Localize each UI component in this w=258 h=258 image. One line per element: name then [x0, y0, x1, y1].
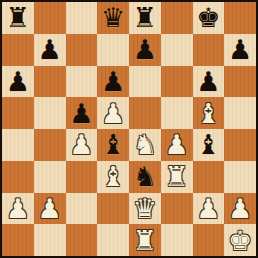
square-a2[interactable]: ♟: [2, 193, 34, 225]
square-e8[interactable]: ♜: [129, 2, 161, 34]
square-f6[interactable]: [161, 66, 193, 98]
square-h6[interactable]: [224, 66, 256, 98]
piece-black-pawn[interactable]: ♟: [196, 68, 220, 95]
square-g5[interactable]: ♝: [193, 97, 225, 129]
piece-black-rook[interactable]: ♜: [133, 4, 157, 31]
square-c1[interactable]: [66, 224, 98, 256]
piece-white-pawn[interactable]: ♟: [101, 100, 125, 127]
square-b6[interactable]: [34, 66, 66, 98]
square-e5[interactable]: [129, 97, 161, 129]
square-f8[interactable]: [161, 2, 193, 34]
square-g8[interactable]: ♚: [193, 2, 225, 34]
square-d4[interactable]: ♝: [97, 129, 129, 161]
square-b8[interactable]: [34, 2, 66, 34]
piece-white-pawn[interactable]: ♟: [6, 195, 30, 222]
piece-white-queen[interactable]: ♛: [133, 195, 157, 222]
piece-white-pawn[interactable]: ♟: [69, 131, 93, 158]
square-e1[interactable]: ♜: [129, 224, 161, 256]
square-a1[interactable]: [2, 224, 34, 256]
square-h7[interactable]: ♟: [224, 34, 256, 66]
square-g1[interactable]: [193, 224, 225, 256]
square-h5[interactable]: [224, 97, 256, 129]
square-h1[interactable]: ♚: [224, 224, 256, 256]
square-d3[interactable]: ♝: [97, 161, 129, 193]
piece-black-bishop[interactable]: ♝: [101, 131, 125, 158]
square-d8[interactable]: ♛: [97, 2, 129, 34]
piece-white-rook[interactable]: ♜: [133, 227, 157, 254]
piece-white-pawn[interactable]: ♟: [38, 195, 62, 222]
piece-black-pawn[interactable]: ♟: [228, 36, 252, 63]
square-c6[interactable]: [66, 66, 98, 98]
square-e3[interactable]: ♞: [129, 161, 161, 193]
square-b7[interactable]: ♟: [34, 34, 66, 66]
square-f3[interactable]: ♜: [161, 161, 193, 193]
square-g4[interactable]: ♝: [193, 129, 225, 161]
piece-black-knight[interactable]: ♞: [133, 163, 157, 190]
piece-black-bishop[interactable]: ♝: [196, 131, 220, 158]
square-e2[interactable]: ♛: [129, 193, 161, 225]
square-h2[interactable]: ♟: [224, 193, 256, 225]
piece-black-king[interactable]: ♚: [196, 4, 220, 31]
chess-board: ♜♛♜♚♟♟♟♟♟♟♟♟♝♟♝♞♟♝♝♞♜♟♟♛♟♟♜♚: [0, 0, 258, 258]
square-h4[interactable]: [224, 129, 256, 161]
piece-white-king[interactable]: ♚: [228, 227, 252, 254]
square-b2[interactable]: ♟: [34, 193, 66, 225]
piece-white-pawn[interactable]: ♟: [196, 195, 220, 222]
square-f1[interactable]: [161, 224, 193, 256]
square-b5[interactable]: [34, 97, 66, 129]
square-g2[interactable]: ♟: [193, 193, 225, 225]
square-g6[interactable]: ♟: [193, 66, 225, 98]
piece-black-pawn[interactable]: ♟: [38, 36, 62, 63]
square-a7[interactable]: [2, 34, 34, 66]
board-grid: ♜♛♜♚♟♟♟♟♟♟♟♟♝♟♝♞♟♝♝♞♜♟♟♛♟♟♜♚: [2, 2, 256, 256]
square-b1[interactable]: [34, 224, 66, 256]
piece-white-bishop[interactable]: ♝: [101, 163, 125, 190]
piece-black-rook[interactable]: ♜: [6, 4, 30, 31]
piece-white-bishop[interactable]: ♝: [196, 100, 220, 127]
square-a8[interactable]: ♜: [2, 2, 34, 34]
square-d2[interactable]: [97, 193, 129, 225]
square-d7[interactable]: [97, 34, 129, 66]
piece-black-pawn[interactable]: ♟: [101, 68, 125, 95]
square-a6[interactable]: ♟: [2, 66, 34, 98]
square-g7[interactable]: [193, 34, 225, 66]
square-f7[interactable]: [161, 34, 193, 66]
square-c4[interactable]: ♟: [66, 129, 98, 161]
square-f2[interactable]: [161, 193, 193, 225]
square-d5[interactable]: ♟: [97, 97, 129, 129]
square-c7[interactable]: [66, 34, 98, 66]
piece-white-pawn[interactable]: ♟: [228, 195, 252, 222]
piece-black-pawn[interactable]: ♟: [133, 36, 157, 63]
square-b4[interactable]: [34, 129, 66, 161]
square-b3[interactable]: [34, 161, 66, 193]
piece-white-knight[interactable]: ♞: [133, 131, 157, 158]
square-a5[interactable]: [2, 97, 34, 129]
piece-black-pawn[interactable]: ♟: [6, 68, 30, 95]
square-f5[interactable]: [161, 97, 193, 129]
piece-black-queen[interactable]: ♛: [101, 4, 125, 31]
square-d1[interactable]: [97, 224, 129, 256]
square-c8[interactable]: [66, 2, 98, 34]
square-h8[interactable]: [224, 2, 256, 34]
square-e4[interactable]: ♞: [129, 129, 161, 161]
square-a4[interactable]: [2, 129, 34, 161]
square-h3[interactable]: [224, 161, 256, 193]
square-c5[interactable]: ♟: [66, 97, 98, 129]
square-e6[interactable]: [129, 66, 161, 98]
square-d6[interactable]: ♟: [97, 66, 129, 98]
square-c2[interactable]: [66, 193, 98, 225]
square-a3[interactable]: [2, 161, 34, 193]
square-c3[interactable]: [66, 161, 98, 193]
square-g3[interactable]: [193, 161, 225, 193]
square-e7[interactable]: ♟: [129, 34, 161, 66]
piece-white-rook[interactable]: ♜: [165, 163, 189, 190]
piece-black-pawn[interactable]: ♟: [69, 100, 93, 127]
square-f4[interactable]: ♟: [161, 129, 193, 161]
piece-white-pawn[interactable]: ♟: [165, 131, 189, 158]
